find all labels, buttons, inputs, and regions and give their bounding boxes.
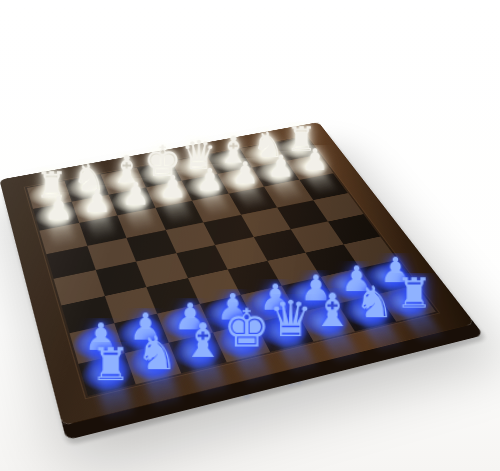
chess-board: ♜♜♞♞♝♝♚♚♛♛♝♝♞♞♜♜♟♟♟♟♟♟♟♟♟♟♟♟♟♟♟♟♟♟♟♟♟♟♟♟… [0, 122, 475, 426]
scene: ♜♜♞♞♝♝♚♚♛♛♝♝♞♞♜♜♟♟♟♟♟♟♟♟♟♟♟♟♟♟♟♟♟♟♟♟♟♟♟♟… [0, 0, 500, 471]
square-h8: ♜♜ [78, 353, 135, 396]
square-h2: ♟♟ [33, 201, 79, 230]
board-grid: ♜♜♞♞♝♝♚♚♛♛♝♝♞♞♜♜♟♟♟♟♟♟♟♟♟♟♟♟♟♟♟♟♟♟♟♟♟♟♟♟… [27, 137, 436, 396]
white-pawn: ♟ [23, 192, 94, 224]
product-photo: ♜♜♞♞♝♝♚♚♛♛♝♝♞♞♜♜♟♟♟♟♟♟♟♟♟♟♟♟♟♟♟♟♟♟♟♟♟♟♟♟… [0, 0, 500, 471]
blue-rook: ♜ [67, 342, 154, 387]
